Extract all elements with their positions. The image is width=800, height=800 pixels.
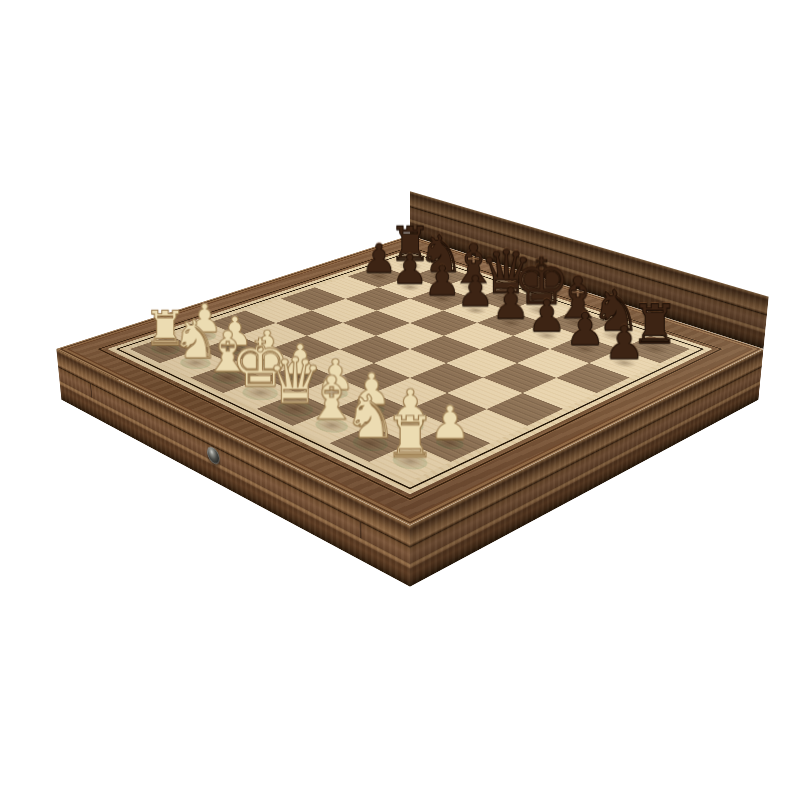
drawer-knob[interactable] — [207, 444, 220, 466]
drawer-seam-left — [90, 384, 92, 399]
drawer-seam-right — [360, 522, 362, 539]
pawn-glyph: ♟ — [579, 320, 671, 366]
chess-box: ♜♞♝♛♚♝♞♜♟♟♟♟♟♟♟♟♟♟♟♟♟♟♟♟♜♞♝♚♛♝♞♜ — [56, 235, 763, 525]
rook-glyph: ♜ — [357, 409, 463, 465]
scene: ♜♞♝♛♚♝♞♜♟♟♟♟♟♟♟♟♟♟♟♟♟♟♟♟♜♞♝♚♛♝♞♜ — [0, 0, 800, 800]
piece-black-pawn-h7[interactable]: ♟ — [579, 320, 671, 363]
piece-white-rook-h1[interactable]: ♜ — [357, 409, 463, 462]
